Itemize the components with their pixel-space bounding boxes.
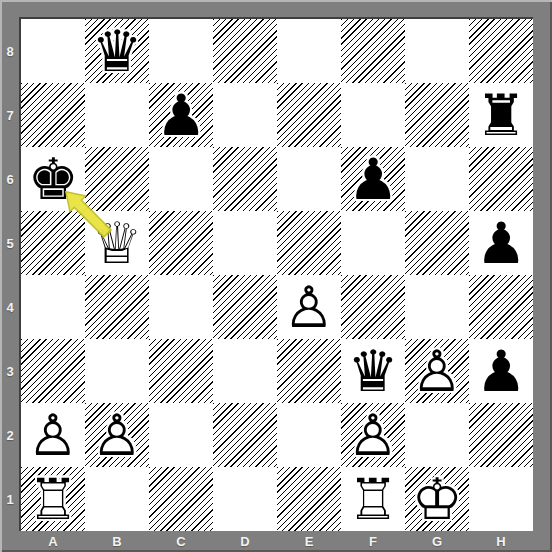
file-label-e: E bbox=[277, 531, 341, 551]
square-h6[interactable] bbox=[469, 147, 533, 211]
square-h8[interactable] bbox=[469, 19, 533, 83]
square-a4[interactable] bbox=[21, 275, 85, 339]
rank-label-2: 2 bbox=[1, 403, 19, 467]
square-a2[interactable]: ♟♙ bbox=[21, 403, 85, 467]
piece-glyph: ♕ bbox=[85, 211, 149, 275]
square-e8[interactable] bbox=[277, 19, 341, 83]
square-f7[interactable] bbox=[341, 83, 405, 147]
piece-glyph: ♖ bbox=[341, 467, 405, 531]
file-label-b: B bbox=[85, 531, 149, 551]
square-c1[interactable] bbox=[149, 467, 213, 531]
chessboard-frame: ♛♛♟♟♜♜♚♚♟♟♛♕♟♟♟♙♛♛♟♙♟♟♟♙♟♙♟♙♜♖♜♖♚♔ 87654… bbox=[0, 0, 552, 552]
square-a7[interactable] bbox=[21, 83, 85, 147]
white-king[interactable]: ♚♔ bbox=[405, 467, 469, 531]
square-f1[interactable]: ♜♖ bbox=[341, 467, 405, 531]
square-b5[interactable]: ♛♕ bbox=[85, 211, 149, 275]
square-e6[interactable] bbox=[277, 147, 341, 211]
white-pawn[interactable]: ♟♙ bbox=[405, 339, 469, 403]
square-g4[interactable] bbox=[405, 275, 469, 339]
rank-label-6: 6 bbox=[1, 147, 19, 211]
black-pawn[interactable]: ♟♟ bbox=[469, 339, 533, 403]
square-e3[interactable] bbox=[277, 339, 341, 403]
piece-glyph: ♙ bbox=[405, 339, 469, 403]
rank-label-5: 5 bbox=[1, 211, 19, 275]
square-c8[interactable] bbox=[149, 19, 213, 83]
square-h4[interactable] bbox=[469, 275, 533, 339]
square-c7[interactable]: ♟♟ bbox=[149, 83, 213, 147]
square-a8[interactable] bbox=[21, 19, 85, 83]
file-label-a: A bbox=[21, 531, 85, 551]
square-g2[interactable] bbox=[405, 403, 469, 467]
square-f8[interactable] bbox=[341, 19, 405, 83]
file-label-g: G bbox=[405, 531, 469, 551]
square-h5[interactable]: ♟♟ bbox=[469, 211, 533, 275]
square-g1[interactable]: ♚♔ bbox=[405, 467, 469, 531]
square-c4[interactable] bbox=[149, 275, 213, 339]
square-d5[interactable] bbox=[213, 211, 277, 275]
square-b2[interactable]: ♟♙ bbox=[85, 403, 149, 467]
black-pawn[interactable]: ♟♟ bbox=[469, 211, 533, 275]
square-c5[interactable] bbox=[149, 211, 213, 275]
square-h3[interactable]: ♟♟ bbox=[469, 339, 533, 403]
piece-glyph: ♚ bbox=[21, 147, 85, 211]
white-pawn[interactable]: ♟♙ bbox=[85, 403, 149, 467]
square-c6[interactable] bbox=[149, 147, 213, 211]
piece-glyph: ♙ bbox=[21, 403, 85, 467]
file-label-d: D bbox=[213, 531, 277, 551]
square-a1[interactable]: ♜♖ bbox=[21, 467, 85, 531]
piece-glyph: ♙ bbox=[85, 403, 149, 467]
square-h1[interactable] bbox=[469, 467, 533, 531]
rank-label-1: 1 bbox=[1, 467, 19, 531]
piece-glyph: ♟ bbox=[341, 147, 405, 211]
piece-glyph: ♟ bbox=[469, 339, 533, 403]
rank-label-8: 8 bbox=[1, 19, 19, 83]
square-e5[interactable] bbox=[277, 211, 341, 275]
piece-glyph: ♟ bbox=[469, 211, 533, 275]
square-e7[interactable] bbox=[277, 83, 341, 147]
square-b3[interactable] bbox=[85, 339, 149, 403]
white-pawn[interactable]: ♟♙ bbox=[21, 403, 85, 467]
square-f5[interactable] bbox=[341, 211, 405, 275]
square-f6[interactable]: ♟♟ bbox=[341, 147, 405, 211]
square-b4[interactable] bbox=[85, 275, 149, 339]
file-label-c: C bbox=[149, 531, 213, 551]
white-rook[interactable]: ♜♖ bbox=[21, 467, 85, 531]
square-a3[interactable] bbox=[21, 339, 85, 403]
square-g7[interactable] bbox=[405, 83, 469, 147]
square-e2[interactable] bbox=[277, 403, 341, 467]
black-pawn[interactable]: ♟♟ bbox=[149, 83, 213, 147]
file-label-f: F bbox=[341, 531, 405, 551]
square-f3[interactable]: ♛♛ bbox=[341, 339, 405, 403]
square-d3[interactable] bbox=[213, 339, 277, 403]
square-h2[interactable] bbox=[469, 403, 533, 467]
white-rook[interactable]: ♜♖ bbox=[341, 467, 405, 531]
black-queen[interactable]: ♛♛ bbox=[341, 339, 405, 403]
square-b1[interactable] bbox=[85, 467, 149, 531]
rank-label-7: 7 bbox=[1, 83, 19, 147]
square-g3[interactable]: ♟♙ bbox=[405, 339, 469, 403]
piece-glyph: ♜ bbox=[469, 83, 533, 147]
square-g5[interactable] bbox=[405, 211, 469, 275]
square-d8[interactable] bbox=[213, 19, 277, 83]
piece-glyph: ♙ bbox=[277, 275, 341, 339]
square-d4[interactable] bbox=[213, 275, 277, 339]
square-g8[interactable] bbox=[405, 19, 469, 83]
white-queen[interactable]: ♛♕ bbox=[85, 211, 149, 275]
square-a5[interactable] bbox=[21, 211, 85, 275]
black-queen[interactable]: ♛♛ bbox=[85, 19, 149, 83]
piece-glyph: ♔ bbox=[405, 467, 469, 531]
square-d6[interactable] bbox=[213, 147, 277, 211]
piece-glyph: ♛ bbox=[85, 19, 149, 83]
black-king[interactable]: ♚♚ bbox=[21, 147, 85, 211]
square-c3[interactable] bbox=[149, 339, 213, 403]
black-pawn[interactable]: ♟♟ bbox=[341, 147, 405, 211]
file-label-h: H bbox=[469, 531, 533, 551]
board: ♛♛♟♟♜♜♚♚♟♟♛♕♟♟♟♙♛♛♟♙♟♟♟♙♟♙♟♙♜♖♜♖♚♔ bbox=[21, 19, 533, 531]
square-h7[interactable]: ♜♜ bbox=[469, 83, 533, 147]
rank-label-3: 3 bbox=[1, 339, 19, 403]
square-a6[interactable]: ♚♚ bbox=[21, 147, 85, 211]
square-f2[interactable]: ♟♙ bbox=[341, 403, 405, 467]
square-f4[interactable] bbox=[341, 275, 405, 339]
white-pawn[interactable]: ♟♙ bbox=[277, 275, 341, 339]
piece-glyph: ♖ bbox=[21, 467, 85, 531]
piece-glyph: ♛ bbox=[341, 339, 405, 403]
square-g6[interactable] bbox=[405, 147, 469, 211]
black-rook[interactable]: ♜♜ bbox=[469, 83, 533, 147]
white-pawn[interactable]: ♟♙ bbox=[341, 403, 405, 467]
piece-glyph: ♟ bbox=[149, 83, 213, 147]
square-b7[interactable] bbox=[85, 83, 149, 147]
square-d7[interactable] bbox=[213, 83, 277, 147]
square-e1[interactable] bbox=[277, 467, 341, 531]
square-b6[interactable] bbox=[85, 147, 149, 211]
square-d2[interactable] bbox=[213, 403, 277, 467]
square-b8[interactable]: ♛♛ bbox=[85, 19, 149, 83]
piece-glyph: ♙ bbox=[341, 403, 405, 467]
rank-label-4: 4 bbox=[1, 275, 19, 339]
square-d1[interactable] bbox=[213, 467, 277, 531]
square-c2[interactable] bbox=[149, 403, 213, 467]
square-e4[interactable]: ♟♙ bbox=[277, 275, 341, 339]
